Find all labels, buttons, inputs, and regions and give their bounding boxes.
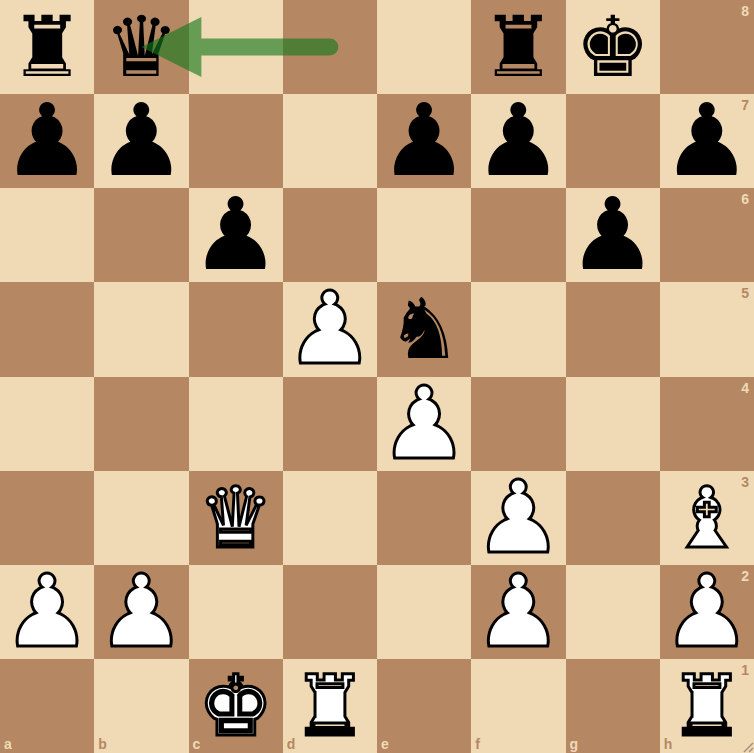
chess-board-container: ♜♛♜♚8♟♟♟♟♟7♟♟6♟♞5♟4♛♟♝3♟♟♟♟2ab♚c♜defg♜1h [0, 0, 754, 753]
square-b3[interactable] [94, 471, 188, 565]
white-pawn[interactable]: ♟ [94, 565, 188, 659]
square-d4[interactable] [283, 377, 377, 471]
black-king[interactable]: ♚ [566, 0, 660, 94]
white-pawn[interactable]: ♟ [660, 565, 754, 659]
square-d6[interactable] [283, 188, 377, 282]
black-pawn[interactable]: ♟ [377, 94, 471, 188]
file-label-f: f [475, 737, 480, 751]
square-b8[interactable]: ♛ [94, 0, 188, 94]
white-bishop[interactable]: ♝ [660, 471, 754, 565]
square-d7[interactable] [283, 94, 377, 188]
square-e8[interactable] [377, 0, 471, 94]
square-e4[interactable]: ♟ [377, 377, 471, 471]
square-f6[interactable] [471, 188, 565, 282]
file-label-e: e [381, 737, 389, 751]
square-c7[interactable] [189, 94, 283, 188]
square-f7[interactable]: ♟ [471, 94, 565, 188]
white-pawn[interactable]: ♟ [471, 471, 565, 565]
square-h4[interactable]: 4 [660, 377, 754, 471]
square-b1[interactable]: b [94, 659, 188, 753]
file-label-a: a [4, 737, 12, 751]
square-g7[interactable] [566, 94, 660, 188]
square-g3[interactable] [566, 471, 660, 565]
square-c4[interactable] [189, 377, 283, 471]
square-a4[interactable] [0, 377, 94, 471]
chess-board: ♜♛♜♚8♟♟♟♟♟7♟♟6♟♞5♟4♛♟♝3♟♟♟♟2ab♚c♜defg♜1h [0, 0, 754, 753]
square-b7[interactable]: ♟ [94, 94, 188, 188]
board-resize-handle[interactable] [740, 739, 754, 753]
black-pawn[interactable]: ♟ [471, 94, 565, 188]
square-b2[interactable]: ♟ [94, 565, 188, 659]
white-pawn[interactable]: ♟ [377, 377, 471, 471]
black-pawn[interactable]: ♟ [94, 94, 188, 188]
black-rook[interactable]: ♜ [0, 0, 94, 94]
square-c8[interactable] [189, 0, 283, 94]
square-d3[interactable] [283, 471, 377, 565]
white-queen[interactable]: ♛ [189, 471, 283, 565]
rank-label-5: 5 [741, 286, 749, 300]
rank-label-6: 6 [741, 192, 749, 206]
square-a2[interactable]: ♟ [0, 565, 94, 659]
black-pawn[interactable]: ♟ [566, 188, 660, 282]
square-a8[interactable]: ♜ [0, 0, 94, 94]
black-queen[interactable]: ♛ [94, 0, 188, 94]
square-h3[interactable]: ♝3 [660, 471, 754, 565]
square-g2[interactable] [566, 565, 660, 659]
square-c1[interactable]: ♚c [189, 659, 283, 753]
square-h5[interactable]: 5 [660, 282, 754, 376]
resize-grip-icon [740, 739, 754, 753]
white-rook[interactable]: ♜ [283, 659, 377, 753]
black-rook[interactable]: ♜ [471, 0, 565, 94]
square-h7[interactable]: ♟7 [660, 94, 754, 188]
square-g1[interactable]: g [566, 659, 660, 753]
square-g8[interactable]: ♚ [566, 0, 660, 94]
square-f1[interactable]: f [471, 659, 565, 753]
square-f2[interactable]: ♟ [471, 565, 565, 659]
black-pawn[interactable]: ♟ [189, 188, 283, 282]
rank-label-8: 8 [741, 4, 749, 18]
square-e7[interactable]: ♟ [377, 94, 471, 188]
file-label-g: g [570, 737, 579, 751]
square-e3[interactable] [377, 471, 471, 565]
white-pawn[interactable]: ♟ [0, 565, 94, 659]
square-b5[interactable] [94, 282, 188, 376]
white-pawn[interactable]: ♟ [471, 565, 565, 659]
square-a3[interactable] [0, 471, 94, 565]
file-label-b: b [98, 737, 107, 751]
square-a7[interactable]: ♟ [0, 94, 94, 188]
square-g4[interactable] [566, 377, 660, 471]
square-h6[interactable]: 6 [660, 188, 754, 282]
square-f5[interactable] [471, 282, 565, 376]
square-c2[interactable] [189, 565, 283, 659]
square-b6[interactable] [94, 188, 188, 282]
square-h2[interactable]: ♟2 [660, 565, 754, 659]
square-f4[interactable] [471, 377, 565, 471]
square-a6[interactable] [0, 188, 94, 282]
square-c3[interactable]: ♛ [189, 471, 283, 565]
square-f3[interactable]: ♟ [471, 471, 565, 565]
square-d5[interactable]: ♟ [283, 282, 377, 376]
square-e5[interactable]: ♞ [377, 282, 471, 376]
rank-label-4: 4 [741, 381, 749, 395]
square-g6[interactable]: ♟ [566, 188, 660, 282]
square-d8[interactable] [283, 0, 377, 94]
square-c5[interactable] [189, 282, 283, 376]
square-b4[interactable] [94, 377, 188, 471]
square-a1[interactable]: a [0, 659, 94, 753]
black-pawn[interactable]: ♟ [660, 94, 754, 188]
square-e2[interactable] [377, 565, 471, 659]
square-a5[interactable] [0, 282, 94, 376]
black-pawn[interactable]: ♟ [0, 94, 94, 188]
square-d1[interactable]: ♜d [283, 659, 377, 753]
square-h8[interactable]: 8 [660, 0, 754, 94]
square-e6[interactable] [377, 188, 471, 282]
white-pawn[interactable]: ♟ [283, 282, 377, 376]
square-f8[interactable]: ♜ [471, 0, 565, 94]
square-g5[interactable] [566, 282, 660, 376]
square-c6[interactable]: ♟ [189, 188, 283, 282]
square-e1[interactable]: e [377, 659, 471, 753]
black-knight[interactable]: ♞ [377, 282, 471, 376]
square-d2[interactable] [283, 565, 377, 659]
white-king[interactable]: ♚ [189, 659, 283, 753]
